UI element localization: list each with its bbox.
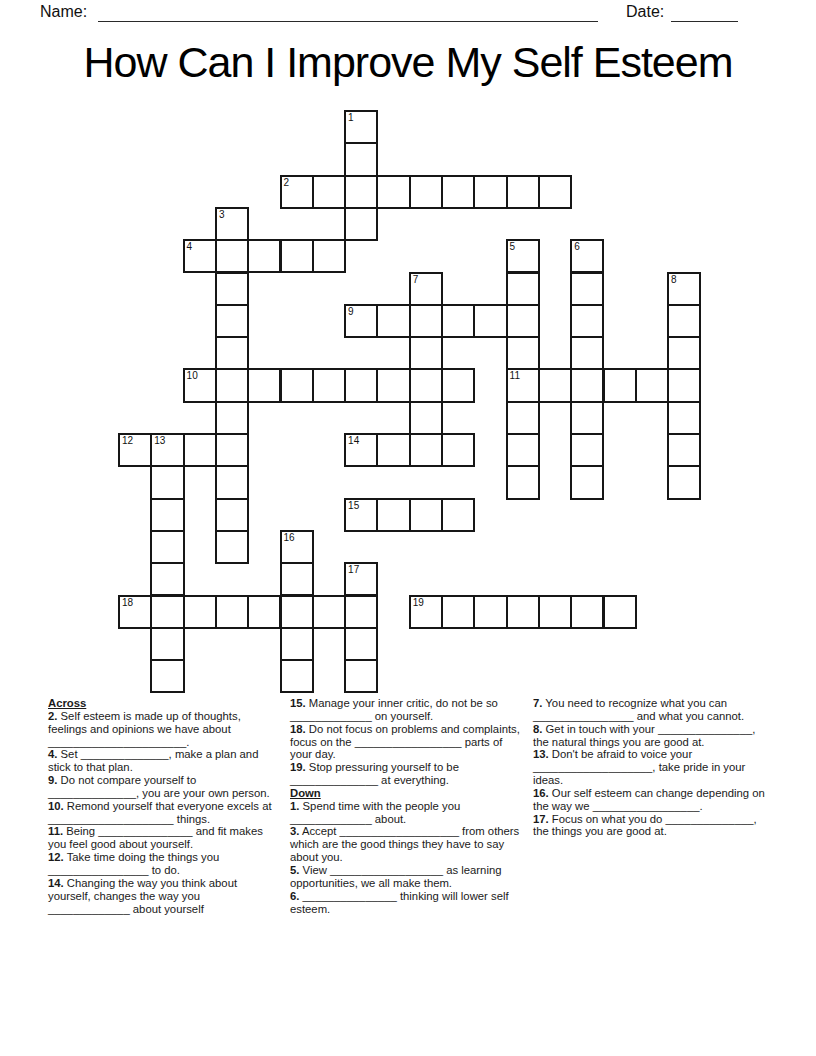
clue-text: Self esteem is made up of thoughts, feel… xyxy=(48,710,241,748)
clue-number: 15. xyxy=(290,697,306,709)
grid-cell-r10-c1[interactable]: 13 xyxy=(150,433,184,467)
clue-text: Get in touch with your _______________, … xyxy=(533,723,755,748)
cell-number-8: 8 xyxy=(671,274,677,285)
grid-cell-r6-c12[interactable] xyxy=(506,304,540,338)
clue-text: Accept ___________________ from others w… xyxy=(290,825,519,863)
grid-cell-r6-c8[interactable] xyxy=(376,304,410,338)
grid-cell-r14-c7[interactable]: 17 xyxy=(344,562,378,596)
grid-cell-r4-c14[interactable]: 6 xyxy=(570,239,604,273)
cell-number-1: 1 xyxy=(348,112,354,123)
cell-number-16: 16 xyxy=(284,532,295,543)
grid-cell-r2-c10[interactable] xyxy=(441,175,475,209)
clue-across-18: 18. Do not focus on problems and complai… xyxy=(290,723,522,762)
grid-cell-r17-c5[interactable] xyxy=(280,659,314,693)
cell-number-7: 7 xyxy=(413,274,419,285)
grid-cell-r10-c8[interactable] xyxy=(376,433,410,467)
grid-cell-r5-c3[interactable] xyxy=(215,272,249,306)
grid-cell-r12-c7[interactable]: 15 xyxy=(344,498,378,532)
clue-text: Focus on what you do ______________, the… xyxy=(533,813,757,838)
grid-cell-r8-c5[interactable] xyxy=(280,368,314,402)
cell-number-18: 18 xyxy=(122,597,133,608)
grid-cell-r15-c3[interactable] xyxy=(215,595,249,629)
grid-cell-r4-c2[interactable]: 4 xyxy=(183,239,217,273)
grid-cell-r4-c6[interactable] xyxy=(312,239,346,273)
grid-cell-r8-c10[interactable] xyxy=(441,368,475,402)
cell-number-2: 2 xyxy=(284,177,290,188)
cell-number-15: 15 xyxy=(348,500,359,511)
clue-down-7: 7. You need to recognize what you can __… xyxy=(533,697,773,723)
cell-number-19: 19 xyxy=(413,597,424,608)
clue-across-9: 9. Do not compare yourself to __________… xyxy=(48,774,276,800)
clue-number: 4. xyxy=(48,748,57,760)
grid-cell-r6-c7[interactable]: 9 xyxy=(344,304,378,338)
grid-cell-r8-c7[interactable] xyxy=(344,368,378,402)
clue-number: 9. xyxy=(48,774,57,786)
cell-number-14: 14 xyxy=(348,435,359,446)
grid-cell-r8-c15[interactable] xyxy=(603,368,637,402)
clue-number: 6. xyxy=(290,890,299,902)
grid-cell-r8-c8[interactable] xyxy=(376,368,410,402)
grid-cell-r4-c3[interactable] xyxy=(215,239,249,273)
grid-cell-r10-c7[interactable]: 14 xyxy=(344,433,378,467)
clue-number: 18. xyxy=(290,723,306,735)
grid-cell-r2-c8[interactable] xyxy=(376,175,410,209)
clue-number: 5. xyxy=(290,864,299,876)
grid-cell-r16-c7[interactable] xyxy=(344,627,378,661)
grid-cell-r16-c5[interactable] xyxy=(280,627,314,661)
clue-down-5: 5. View __________________ as learning o… xyxy=(290,864,522,890)
grid-cell-r17-c1[interactable] xyxy=(150,659,184,693)
grid-cell-r15-c7[interactable] xyxy=(344,595,378,629)
clue-text: Our self esteem can change depending on … xyxy=(533,787,765,812)
page-title: How Can I Improve My Self Esteem xyxy=(0,38,816,86)
grid-cell-r2-c12[interactable] xyxy=(506,175,540,209)
cell-number-9: 9 xyxy=(348,306,354,317)
clue-text: Set ______________, make a plan and stic… xyxy=(48,748,258,773)
clue-down-13: 13. Don't be afraid to voice your ______… xyxy=(533,748,773,787)
grid-cell-r9-c14[interactable] xyxy=(570,401,604,435)
down-heading: Down xyxy=(290,787,522,800)
cell-number-3: 3 xyxy=(219,209,225,220)
grid-cell-r12-c1[interactable] xyxy=(150,498,184,532)
across-heading: Across xyxy=(48,697,276,710)
grid-cell-r10-c10[interactable] xyxy=(441,433,475,467)
grid-cell-r15-c1[interactable] xyxy=(150,595,184,629)
clue-text: Don't be afraid to voice your __________… xyxy=(533,748,745,786)
grid-cell-r6-c3[interactable] xyxy=(215,304,249,338)
clue-number: 8. xyxy=(533,723,542,735)
clue-column-1: Across 2. Self esteem is made up of thou… xyxy=(48,697,276,915)
grid-cell-r3-c7[interactable] xyxy=(344,207,378,241)
grid-cell-r8-c16[interactable] xyxy=(635,368,669,402)
grid-cell-r12-c9[interactable] xyxy=(409,498,443,532)
clue-number: 12. xyxy=(48,851,64,863)
clue-across-19: 19. Stop pressuring yourself to be _____… xyxy=(290,761,522,787)
clue-text: Do not compare yourself to _____________… xyxy=(48,774,270,799)
grid-cell-r8-c13[interactable] xyxy=(538,368,572,402)
clue-across-12: 12. Take time doing the things you _____… xyxy=(48,851,276,877)
grid-cell-r3-c3[interactable]: 3 xyxy=(215,207,249,241)
clue-column-2: 15. Manage your inner critic, do not be … xyxy=(290,697,522,915)
clue-across-2: 2. Self esteem is made up of thoughts, f… xyxy=(48,710,276,749)
grid-cell-r17-c7[interactable] xyxy=(344,659,378,693)
grid-cell-r8-c12[interactable]: 11 xyxy=(506,368,540,402)
date-input-line[interactable] xyxy=(671,3,738,22)
grid-cell-r15-c15[interactable] xyxy=(603,595,637,629)
grid-cell-r4-c4[interactable] xyxy=(247,239,281,273)
grid-cell-r12-c8[interactable] xyxy=(376,498,410,532)
grid-cell-r0-c7[interactable]: 1 xyxy=(344,110,378,144)
clue-number: 11. xyxy=(48,825,63,837)
clue-number: 1. xyxy=(290,800,299,812)
clue-across-4: 4. Set ______________, make a plan and s… xyxy=(48,748,276,774)
grid-cell-r15-c2[interactable] xyxy=(183,595,217,629)
clue-text: Remond yourself that everyone excels at … xyxy=(48,800,272,825)
grid-cell-r9-c17[interactable] xyxy=(667,401,701,435)
clue-number: 16. xyxy=(533,787,549,799)
clue-text: Changing the way you think about yoursel… xyxy=(48,877,237,915)
grid-cell-r15-c5[interactable] xyxy=(280,595,314,629)
grid-cell-r5-c12[interactable] xyxy=(506,272,540,306)
grid-cell-r8-c9[interactable] xyxy=(409,368,443,402)
clue-across-14: 14. Changing the way you think about you… xyxy=(48,877,276,916)
clue-text: You need to recognize what you can _____… xyxy=(533,697,744,722)
clue-across-10: 10. Remond yourself that everyone excels… xyxy=(48,800,276,826)
clue-down-16: 16. Our self esteem can change depending… xyxy=(533,787,773,813)
grid-cell-r5-c9[interactable]: 7 xyxy=(409,272,443,306)
grid-cell-r2-c13[interactable] xyxy=(538,175,572,209)
grid-cell-r6-c10[interactable] xyxy=(441,304,475,338)
grid-cell-r10-c2[interactable] xyxy=(183,433,217,467)
grid-cell-r16-c1[interactable] xyxy=(150,627,184,661)
grid-cell-r8-c6[interactable] xyxy=(312,368,346,402)
cell-number-5: 5 xyxy=(510,241,516,252)
grid-cell-r13-c3[interactable] xyxy=(215,530,249,564)
grid-cell-r2-c6[interactable] xyxy=(312,175,346,209)
grid-cell-r6-c11[interactable] xyxy=(473,304,507,338)
grid-cell-r14-c5[interactable] xyxy=(280,562,314,596)
crossword-grid: 12345678910111213141516171819 xyxy=(118,110,700,692)
grid-cell-r10-c12[interactable] xyxy=(506,433,540,467)
name-label: Name: xyxy=(40,3,87,21)
grid-cell-r1-c7[interactable] xyxy=(344,142,378,176)
grid-cell-r8-c2[interactable]: 10 xyxy=(183,368,217,402)
cell-number-11: 11 xyxy=(510,370,520,381)
name-input-line[interactable] xyxy=(98,3,598,22)
clue-number: 10. xyxy=(48,800,64,812)
grid-cell-r10-c14[interactable] xyxy=(570,433,604,467)
clue-down-3: 3. Accept ___________________ from other… xyxy=(290,825,522,864)
clue-number: 14. xyxy=(48,877,64,889)
cell-number-4: 4 xyxy=(187,241,193,252)
clue-text: _______________ thinking will lower self… xyxy=(290,890,509,915)
grid-cell-r15-c12[interactable] xyxy=(506,595,540,629)
grid-cell-r8-c3[interactable] xyxy=(215,368,249,402)
clue-down-8: 8. Get in touch with your ______________… xyxy=(533,723,773,749)
grid-cell-r5-c17[interactable]: 8 xyxy=(667,272,701,306)
grid-cell-r11-c17[interactable] xyxy=(667,465,701,499)
clue-text: Being _______________ and fit makes you … xyxy=(48,825,263,850)
grid-cell-r4-c12[interactable]: 5 xyxy=(506,239,540,273)
grid-cell-r15-c14[interactable] xyxy=(570,595,604,629)
clue-number: 7. xyxy=(533,697,542,709)
clue-number: 2. xyxy=(48,710,57,722)
clue-text: Stop pressuring yourself to be _________… xyxy=(290,761,459,786)
grid-cell-r10-c17[interactable] xyxy=(667,433,701,467)
grid-cell-r7-c3[interactable] xyxy=(215,336,249,370)
grid-cell-r11-c1[interactable] xyxy=(150,465,184,499)
grid-cell-r10-c0[interactable]: 12 xyxy=(118,433,152,467)
grid-cell-r8-c4[interactable] xyxy=(247,368,281,402)
grid-cell-r2-c11[interactable] xyxy=(473,175,507,209)
grid-cell-r11-c14[interactable] xyxy=(570,465,604,499)
clue-text: Manage your inner critic, do not be so _… xyxy=(290,697,498,722)
clue-number: 13. xyxy=(533,748,549,760)
clue-text: View __________________ as learning oppo… xyxy=(290,864,501,889)
clue-text: Spend time with the people you _________… xyxy=(290,800,460,825)
grid-cell-r15-c0[interactable]: 18 xyxy=(118,595,152,629)
grid-cell-r4-c5[interactable] xyxy=(280,239,314,273)
grid-cell-r13-c1[interactable] xyxy=(150,530,184,564)
clue-number: 19. xyxy=(290,761,306,773)
grid-cell-r5-c14[interactable] xyxy=(570,272,604,306)
grid-cell-r2-c9[interactable] xyxy=(409,175,443,209)
cell-number-6: 6 xyxy=(574,241,580,252)
grid-cell-r15-c4[interactable] xyxy=(247,595,281,629)
grid-cell-r7-c17[interactable] xyxy=(667,336,701,370)
clue-column-3: 7. You need to recognize what you can __… xyxy=(533,697,773,838)
grid-cell-r6-c17[interactable] xyxy=(667,304,701,338)
clue-across-11: 11. Being _______________ and fit makes … xyxy=(48,825,276,851)
cell-number-17: 17 xyxy=(348,564,359,575)
cell-number-10: 10 xyxy=(187,370,198,381)
grid-cell-r9-c3[interactable] xyxy=(215,401,249,435)
grid-cell-r11-c3[interactable] xyxy=(215,465,249,499)
grid-cell-r15-c10[interactable] xyxy=(441,595,475,629)
clue-number: 17. xyxy=(533,813,549,825)
grid-cell-r2-c7[interactable] xyxy=(344,175,378,209)
grid-cell-r14-c1[interactable] xyxy=(150,562,184,596)
grid-cell-r11-c12[interactable] xyxy=(506,465,540,499)
grid-cell-r9-c12[interactable] xyxy=(506,401,540,435)
grid-cell-r10-c3[interactable] xyxy=(215,433,249,467)
date-label: Date: xyxy=(626,3,664,21)
grid-cell-r12-c10[interactable] xyxy=(441,498,475,532)
grid-cell-r10-c9[interactable] xyxy=(409,433,443,467)
clue-number: 3. xyxy=(290,825,299,837)
grid-cell-r7-c14[interactable] xyxy=(570,336,604,370)
clue-across-15: 15. Manage your inner critic, do not be … xyxy=(290,697,522,723)
grid-cell-r8-c17[interactable] xyxy=(667,368,701,402)
clue-text: Do not focus on problems and complaints,… xyxy=(290,723,520,761)
grid-cell-r6-c14[interactable] xyxy=(570,304,604,338)
cell-number-12: 12 xyxy=(122,435,133,446)
grid-cell-r13-c5[interactable]: 16 xyxy=(280,530,314,564)
grid-cell-r15-c6[interactable] xyxy=(312,595,346,629)
grid-cell-r15-c9[interactable]: 19 xyxy=(409,595,443,629)
grid-cell-r15-c13[interactable] xyxy=(538,595,572,629)
clue-down-17: 17. Focus on what you do ______________,… xyxy=(533,813,773,839)
grid-cell-r7-c9[interactable] xyxy=(409,336,443,370)
grid-cell-r9-c9[interactable] xyxy=(409,401,443,435)
grid-cell-r15-c11[interactable] xyxy=(473,595,507,629)
clue-down-1: 1. Spend time with the people you ______… xyxy=(290,800,522,826)
grid-cell-r2-c5[interactable]: 2 xyxy=(280,175,314,209)
grid-cell-r7-c12[interactable] xyxy=(506,336,540,370)
grid-cell-r6-c9[interactable] xyxy=(409,304,443,338)
grid-cell-r8-c14[interactable] xyxy=(570,368,604,402)
clue-text: Take time doing the things you _________… xyxy=(48,851,219,876)
clue-down-6: 6. _______________ thinking will lower s… xyxy=(290,890,522,916)
grid-cell-r12-c3[interactable] xyxy=(215,498,249,532)
cell-number-13: 13 xyxy=(154,435,165,446)
